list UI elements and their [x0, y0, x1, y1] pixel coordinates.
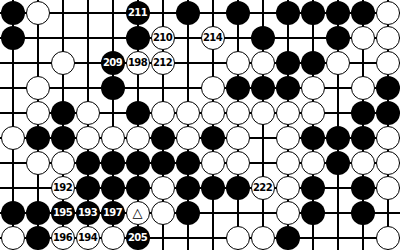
intersection[interactable]: [300, 50, 325, 75]
intersection[interactable]: [25, 175, 50, 200]
intersection[interactable]: [325, 25, 350, 50]
intersection[interactable]: [225, 75, 250, 100]
black-stone: [351, 176, 375, 200]
intersection[interactable]: [0, 125, 25, 150]
white-stone: 212: [151, 51, 175, 75]
white-stone: [301, 101, 325, 125]
intersection[interactable]: [150, 175, 175, 200]
black-stone: 197: [101, 201, 125, 225]
intersection[interactable]: [25, 200, 50, 225]
intersection[interactable]: 209: [100, 50, 125, 75]
intersection[interactable]: [125, 25, 150, 50]
intersection[interactable]: [50, 75, 75, 100]
black-stone: [176, 151, 200, 175]
intersection[interactable]: 222: [250, 175, 275, 200]
intersection[interactable]: [50, 125, 75, 150]
white-stone: [76, 101, 100, 125]
intersection[interactable]: [175, 200, 200, 225]
intersection[interactable]: [175, 75, 200, 100]
white-stone: [1, 226, 25, 250]
intersection[interactable]: [25, 50, 50, 75]
white-stone: [351, 151, 375, 175]
white-stone: [101, 226, 125, 250]
white-stone: 192: [51, 176, 75, 200]
intersection[interactable]: [200, 175, 225, 200]
intersection[interactable]: [300, 175, 325, 200]
intersection[interactable]: 210: [150, 25, 175, 50]
black-stone: 195: [51, 201, 75, 225]
black-stone: [301, 126, 325, 150]
intersection[interactable]: [175, 225, 200, 250]
intersection[interactable]: [300, 225, 325, 250]
white-stone: [26, 1, 50, 25]
white-stone: [301, 151, 325, 175]
white-stone: [51, 51, 75, 75]
intersection[interactable]: [275, 150, 300, 175]
intersection[interactable]: [275, 75, 300, 100]
white-stone: [226, 226, 250, 250]
intersection[interactable]: [225, 125, 250, 150]
intersection[interactable]: [125, 150, 150, 175]
move-number-label: 209: [103, 58, 122, 68]
black-stone: [76, 176, 100, 200]
intersection[interactable]: [200, 0, 225, 25]
intersection[interactable]: [50, 100, 75, 125]
white-stone: [276, 126, 300, 150]
black-stone: 209: [101, 51, 125, 75]
move-number-label: 211: [128, 8, 147, 18]
black-stone: [101, 76, 125, 100]
black-stone: [276, 1, 300, 25]
intersection[interactable]: [100, 100, 125, 125]
white-stone: [176, 101, 200, 125]
move-number-label: 197: [103, 208, 122, 218]
intersection[interactable]: [325, 100, 350, 125]
white-stone: [76, 126, 100, 150]
intersection[interactable]: [275, 50, 300, 75]
intersection[interactable]: [0, 100, 25, 125]
black-stone: [76, 151, 100, 175]
white-stone: [376, 51, 400, 75]
intersection[interactable]: [0, 50, 25, 75]
white-stone: [201, 101, 225, 125]
intersection[interactable]: [150, 75, 175, 100]
black-stone: [351, 201, 375, 225]
intersection[interactable]: [75, 25, 100, 50]
intersection[interactable]: [100, 0, 125, 25]
intersection[interactable]: [225, 0, 250, 25]
black-stone: 211: [126, 1, 150, 25]
intersection[interactable]: [125, 175, 150, 200]
intersection[interactable]: 212: [150, 50, 175, 75]
intersection[interactable]: [250, 0, 275, 25]
white-stone: [151, 201, 175, 225]
black-stone: [326, 126, 350, 150]
intersection[interactable]: [375, 0, 400, 25]
white-stone: [26, 76, 50, 100]
intersection[interactable]: △: [125, 200, 150, 225]
intersection[interactable]: [50, 150, 75, 175]
intersection[interactable]: [75, 150, 100, 175]
move-number-label: 212: [153, 58, 172, 68]
intersection[interactable]: [225, 50, 250, 75]
white-stone: [376, 126, 400, 150]
intersection[interactable]: 198: [125, 50, 150, 75]
black-stone: [126, 151, 150, 175]
black-stone: [101, 151, 125, 175]
intersection[interactable]: [25, 100, 50, 125]
intersection[interactable]: [100, 25, 125, 50]
intersection[interactable]: [375, 25, 400, 50]
black-stone: 193: [76, 201, 100, 225]
intersection[interactable]: [375, 150, 400, 175]
white-stone: [326, 51, 350, 75]
intersection[interactable]: [375, 175, 400, 200]
white-stone: [376, 176, 400, 200]
intersection[interactable]: [150, 225, 175, 250]
white-stone: [201, 76, 225, 100]
intersection[interactable]: [175, 100, 200, 125]
intersection[interactable]: [75, 100, 100, 125]
white-stone: [301, 76, 325, 100]
white-stone: [51, 151, 75, 175]
black-stone: [276, 76, 300, 100]
black-stone: [326, 1, 350, 25]
black-stone: [26, 126, 50, 150]
go-board: 211210214209198212192222195193197△196194…: [0, 0, 400, 250]
white-stone: [376, 226, 400, 250]
black-stone: [226, 76, 250, 100]
intersection[interactable]: 205: [125, 225, 150, 250]
intersection[interactable]: [250, 200, 275, 225]
black-stone: [1, 201, 25, 225]
move-number-label: 193: [78, 208, 97, 218]
white-stone: [226, 101, 250, 125]
intersection[interactable]: [175, 125, 200, 150]
intersection[interactable]: [275, 100, 300, 125]
black-stone: [126, 26, 150, 50]
intersection[interactable]: [325, 125, 350, 150]
intersection[interactable]: [250, 125, 275, 150]
go-diagram: 211210214209198212192222195193197△196194…: [0, 0, 400, 250]
move-number-label: 214: [203, 33, 222, 43]
white-stone: [226, 151, 250, 175]
intersection[interactable]: [0, 225, 25, 250]
intersection[interactable]: [200, 200, 225, 225]
intersection[interactable]: [275, 25, 300, 50]
intersection[interactable]: [225, 150, 250, 175]
intersection[interactable]: [325, 75, 350, 100]
intersection[interactable]: [350, 200, 375, 225]
move-number-label: 196: [53, 233, 72, 243]
white-stone: [1, 126, 25, 150]
intersection[interactable]: [300, 200, 325, 225]
intersection[interactable]: [275, 225, 300, 250]
white-stone: [251, 101, 275, 125]
intersection[interactable]: [350, 100, 375, 125]
black-stone: [301, 51, 325, 75]
move-number-label: 210: [153, 33, 172, 43]
intersection[interactable]: [300, 25, 325, 50]
black-stone: [176, 1, 200, 25]
intersection[interactable]: [250, 225, 275, 250]
intersection[interactable]: [225, 225, 250, 250]
intersection[interactable]: [200, 150, 225, 175]
intersection[interactable]: [350, 25, 375, 50]
move-number-label: 198: [128, 58, 147, 68]
white-stone: [376, 26, 400, 50]
intersection[interactable]: [375, 50, 400, 75]
white-stone: [351, 76, 375, 100]
intersection[interactable]: [250, 100, 275, 125]
black-stone: [201, 126, 225, 150]
intersection[interactable]: [100, 175, 125, 200]
intersection[interactable]: [75, 175, 100, 200]
intersection[interactable]: [275, 0, 300, 25]
intersection[interactable]: [125, 125, 150, 150]
intersection[interactable]: [350, 225, 375, 250]
white-stone: [251, 51, 275, 75]
intersection[interactable]: [0, 25, 25, 50]
intersection[interactable]: [25, 225, 50, 250]
intersection[interactable]: [225, 25, 250, 50]
intersection[interactable]: [50, 0, 75, 25]
intersection[interactable]: [175, 0, 200, 25]
move-number-label: 195: [53, 208, 72, 218]
move-number-label: 205: [128, 233, 147, 243]
black-stone: [276, 51, 300, 75]
intersection[interactable]: [25, 75, 50, 100]
intersection[interactable]: [375, 200, 400, 225]
intersection[interactable]: [300, 150, 325, 175]
white-stone: 196: [51, 226, 75, 250]
black-stone: [201, 176, 225, 200]
intersection[interactable]: [325, 50, 350, 75]
intersection[interactable]: [325, 225, 350, 250]
intersection[interactable]: [250, 150, 275, 175]
intersection[interactable]: [75, 125, 100, 150]
intersection[interactable]: [100, 225, 125, 250]
intersection[interactable]: [100, 75, 125, 100]
intersection[interactable]: 194: [75, 225, 100, 250]
intersection[interactable]: [175, 175, 200, 200]
triangle-mark: △: [133, 206, 143, 219]
intersection[interactable]: [225, 200, 250, 225]
intersection[interactable]: [325, 175, 350, 200]
intersection[interactable]: [150, 200, 175, 225]
intersection[interactable]: [350, 75, 375, 100]
white-stone: [201, 151, 225, 175]
intersection[interactable]: [25, 125, 50, 150]
intersection[interactable]: [100, 150, 125, 175]
intersection[interactable]: [250, 25, 275, 50]
black-stone: [51, 101, 75, 125]
intersection[interactable]: [175, 50, 200, 75]
move-number-label: 222: [253, 183, 272, 193]
intersection[interactable]: 197: [100, 200, 125, 225]
black-stone: [326, 151, 350, 175]
black-stone: [151, 151, 175, 175]
intersection[interactable]: [225, 100, 250, 125]
black-stone: [126, 176, 150, 200]
intersection[interactable]: [150, 0, 175, 25]
intersection[interactable]: [150, 125, 175, 150]
black-stone: [351, 1, 375, 25]
intersection[interactable]: [0, 75, 25, 100]
intersection[interactable]: [250, 75, 275, 100]
intersection[interactable]: [325, 0, 350, 25]
black-stone: [351, 126, 375, 150]
black-stone: [351, 101, 375, 125]
intersection[interactable]: 196: [50, 225, 75, 250]
white-stone: 214: [201, 26, 225, 50]
intersection[interactable]: [350, 50, 375, 75]
intersection[interactable]: [200, 100, 225, 125]
black-stone: [51, 126, 75, 150]
black-stone: [1, 1, 25, 25]
white-stone: [226, 51, 250, 75]
intersection[interactable]: [350, 175, 375, 200]
intersection[interactable]: [200, 75, 225, 100]
intersection[interactable]: [175, 25, 200, 50]
intersection[interactable]: [0, 175, 25, 200]
black-stone: [301, 176, 325, 200]
white-stone: [226, 126, 250, 150]
white-stone: [376, 151, 400, 175]
white-stone: [101, 126, 125, 150]
intersection[interactable]: 214: [200, 25, 225, 50]
intersection[interactable]: [300, 0, 325, 25]
white-stone: 198: [126, 51, 150, 75]
white-stone: △: [126, 201, 150, 225]
white-stone: [26, 151, 50, 175]
intersection[interactable]: [25, 150, 50, 175]
intersection[interactable]: [300, 75, 325, 100]
black-stone: [376, 101, 400, 125]
white-stone: [26, 101, 50, 125]
intersection[interactable]: [250, 50, 275, 75]
intersection[interactable]: [25, 25, 50, 50]
intersection[interactable]: [50, 50, 75, 75]
intersection[interactable]: [150, 150, 175, 175]
intersection[interactable]: [100, 125, 125, 150]
white-stone: [176, 126, 200, 150]
move-number-label: 192: [53, 183, 72, 193]
black-stone: [301, 1, 325, 25]
white-stone: [276, 201, 300, 225]
black-stone: 205: [126, 226, 150, 250]
black-stone: [1, 26, 25, 50]
intersection[interactable]: [25, 0, 50, 25]
intersection[interactable]: [375, 100, 400, 125]
black-stone: [26, 201, 50, 225]
intersection[interactable]: [375, 75, 400, 100]
black-stone: [301, 201, 325, 225]
intersection[interactable]: [200, 125, 225, 150]
black-stone: [226, 176, 250, 200]
black-stone: [326, 26, 350, 50]
intersection[interactable]: [350, 125, 375, 150]
black-stone: [126, 101, 150, 125]
black-stone: [176, 176, 200, 200]
white-stone: [276, 101, 300, 125]
intersection[interactable]: [200, 50, 225, 75]
move-number-label: 194: [78, 233, 97, 243]
white-stone: [251, 226, 275, 250]
white-stone: [376, 1, 400, 25]
intersection[interactable]: [50, 25, 75, 50]
intersection[interactable]: 211: [125, 0, 150, 25]
intersection[interactable]: 192: [50, 175, 75, 200]
black-stone: [101, 176, 125, 200]
intersection[interactable]: [125, 75, 150, 100]
intersection[interactable]: [375, 225, 400, 250]
intersection[interactable]: [125, 100, 150, 125]
intersection[interactable]: [75, 50, 100, 75]
intersection[interactable]: [300, 125, 325, 150]
white-stone: [276, 176, 300, 200]
black-stone: [251, 26, 275, 50]
intersection[interactable]: 193: [75, 200, 100, 225]
white-stone: [276, 151, 300, 175]
intersection[interactable]: [375, 125, 400, 150]
intersection[interactable]: [325, 150, 350, 175]
white-stone: [126, 126, 150, 150]
intersection[interactable]: [0, 0, 25, 25]
intersection[interactable]: [175, 150, 200, 175]
black-stone: [26, 226, 50, 250]
black-stone: [176, 201, 200, 225]
intersection[interactable]: [0, 150, 25, 175]
intersection[interactable]: [75, 75, 100, 100]
white-stone: [151, 176, 175, 200]
intersection[interactable]: 195: [50, 200, 75, 225]
black-stone: [251, 76, 275, 100]
black-stone: [151, 126, 175, 150]
black-stone: [276, 226, 300, 250]
white-stone: 210: [151, 26, 175, 50]
intersection[interactable]: [300, 100, 325, 125]
intersection[interactable]: [0, 200, 25, 225]
intersection[interactable]: [225, 175, 250, 200]
white-stone: [151, 101, 175, 125]
intersection[interactable]: [325, 200, 350, 225]
white-stone: 194: [76, 226, 100, 250]
intersection[interactable]: [275, 200, 300, 225]
intersection[interactable]: [275, 125, 300, 150]
intersection[interactable]: [150, 100, 175, 125]
intersection[interactable]: [200, 225, 225, 250]
white-stone: [351, 26, 375, 50]
black-stone: [226, 1, 250, 25]
white-stone: 222: [251, 176, 275, 200]
intersection[interactable]: [275, 175, 300, 200]
intersection[interactable]: [75, 0, 100, 25]
intersection[interactable]: [350, 0, 375, 25]
intersection[interactable]: [350, 150, 375, 175]
black-stone: [376, 76, 400, 100]
